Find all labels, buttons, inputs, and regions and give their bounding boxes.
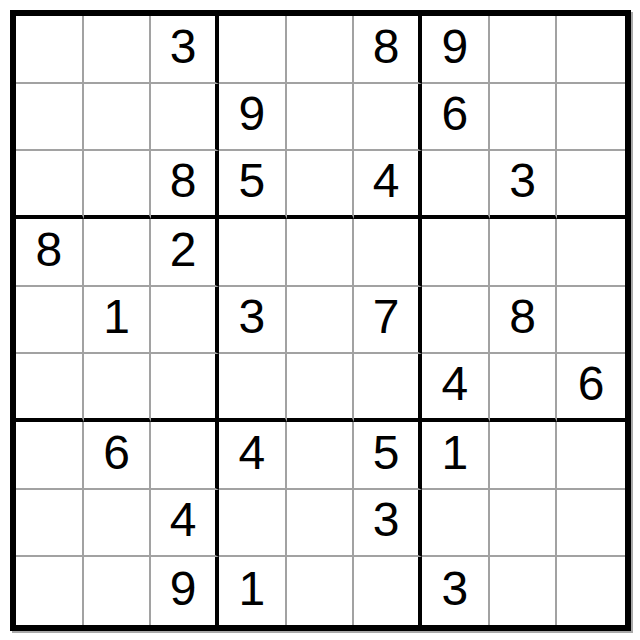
cell-r1c3[interactable]: 3	[151, 16, 219, 84]
cell-r6c9[interactable]: 6	[557, 354, 625, 422]
cell-r3c9[interactable]	[557, 151, 625, 219]
cell-r9c2[interactable]	[84, 557, 152, 625]
cell-r9c1[interactable]	[16, 557, 84, 625]
cell-r8c8[interactable]	[490, 490, 558, 558]
cell-r3c7[interactable]	[422, 151, 490, 219]
cell-r6c7[interactable]: 4	[422, 354, 490, 422]
cell-r5c7[interactable]	[422, 287, 490, 355]
cell-r7c6[interactable]: 5	[354, 422, 422, 490]
cell-r3c2[interactable]	[84, 151, 152, 219]
cell-r5c2[interactable]: 1	[84, 287, 152, 355]
cell-r7c8[interactable]	[490, 422, 558, 490]
cell-r1c7[interactable]: 9	[422, 16, 490, 84]
cell-r8c3[interactable]: 4	[151, 490, 219, 558]
cell-r4c1[interactable]: 8	[16, 219, 84, 287]
cell-r5c4[interactable]: 3	[219, 287, 287, 355]
cell-r2c3[interactable]	[151, 84, 219, 152]
cell-r8c1[interactable]	[16, 490, 84, 558]
cell-r4c8[interactable]	[490, 219, 558, 287]
sudoku-board: 38996854382137846645143913	[10, 10, 631, 631]
cell-r9c8[interactable]	[490, 557, 558, 625]
cell-r8c6[interactable]: 3	[354, 490, 422, 558]
cell-r7c5[interactable]	[287, 422, 355, 490]
cell-r1c8[interactable]	[490, 16, 558, 84]
cell-r6c2[interactable]	[84, 354, 152, 422]
cell-r6c3[interactable]	[151, 354, 219, 422]
cell-r5c6[interactable]: 7	[354, 287, 422, 355]
cell-r1c5[interactable]	[287, 16, 355, 84]
cell-r6c6[interactable]	[354, 354, 422, 422]
cell-r4c7[interactable]	[422, 219, 490, 287]
cell-r2c1[interactable]	[16, 84, 84, 152]
cell-r2c4[interactable]: 9	[219, 84, 287, 152]
cell-r4c9[interactable]	[557, 219, 625, 287]
cell-r9c4[interactable]: 1	[219, 557, 287, 625]
cell-r8c2[interactable]	[84, 490, 152, 558]
cell-r4c2[interactable]	[84, 219, 152, 287]
cell-r2c6[interactable]	[354, 84, 422, 152]
cell-r2c7[interactable]: 6	[422, 84, 490, 152]
cell-r1c1[interactable]	[16, 16, 84, 84]
cell-r8c4[interactable]	[219, 490, 287, 558]
cell-r1c2[interactable]	[84, 16, 152, 84]
cell-r4c6[interactable]	[354, 219, 422, 287]
cell-r9c7[interactable]: 3	[422, 557, 490, 625]
cell-r5c9[interactable]	[557, 287, 625, 355]
cell-r2c9[interactable]	[557, 84, 625, 152]
cell-r9c6[interactable]	[354, 557, 422, 625]
cell-r7c1[interactable]	[16, 422, 84, 490]
cell-r9c3[interactable]: 9	[151, 557, 219, 625]
cell-r3c8[interactable]: 3	[490, 151, 558, 219]
cell-r5c3[interactable]	[151, 287, 219, 355]
cell-r1c9[interactable]	[557, 16, 625, 84]
cell-r6c5[interactable]	[287, 354, 355, 422]
cell-r9c5[interactable]	[287, 557, 355, 625]
cell-r4c4[interactable]	[219, 219, 287, 287]
cell-r7c3[interactable]	[151, 422, 219, 490]
cell-r6c8[interactable]	[490, 354, 558, 422]
cell-r2c5[interactable]	[287, 84, 355, 152]
cell-r5c1[interactable]	[16, 287, 84, 355]
cell-r4c5[interactable]	[287, 219, 355, 287]
cell-r9c9[interactable]	[557, 557, 625, 625]
cell-r5c8[interactable]: 8	[490, 287, 558, 355]
cell-r6c4[interactable]	[219, 354, 287, 422]
cell-r3c4[interactable]: 5	[219, 151, 287, 219]
cell-r3c1[interactable]	[16, 151, 84, 219]
cell-r1c4[interactable]	[219, 16, 287, 84]
cell-r3c5[interactable]	[287, 151, 355, 219]
cell-r8c7[interactable]	[422, 490, 490, 558]
cell-r7c2[interactable]: 6	[84, 422, 152, 490]
cell-r5c5[interactable]	[287, 287, 355, 355]
cell-r7c7[interactable]: 1	[422, 422, 490, 490]
cell-r2c2[interactable]	[84, 84, 152, 152]
cell-r2c8[interactable]	[490, 84, 558, 152]
cell-r3c6[interactable]: 4	[354, 151, 422, 219]
cell-r8c9[interactable]	[557, 490, 625, 558]
cell-r7c4[interactable]: 4	[219, 422, 287, 490]
cell-r8c5[interactable]	[287, 490, 355, 558]
cell-r4c3[interactable]: 2	[151, 219, 219, 287]
page: { "game": "sudoku", "position": { "rows"…	[0, 0, 640, 640]
cell-r1c6[interactable]: 8	[354, 16, 422, 84]
cell-r3c3[interactable]: 8	[151, 151, 219, 219]
cell-r6c1[interactable]	[16, 354, 84, 422]
cell-r7c9[interactable]	[557, 422, 625, 490]
